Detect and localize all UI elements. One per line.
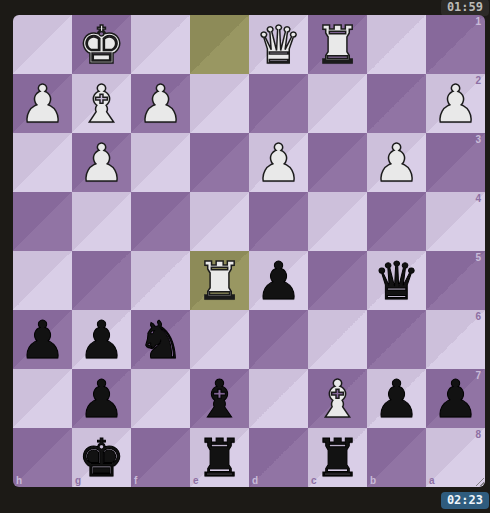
square-h6[interactable]: ♟ bbox=[13, 310, 72, 369]
top-player-clock: 01:59 bbox=[441, 0, 489, 16]
rank-label-4: 4 bbox=[475, 194, 481, 204]
piece-wK-g1[interactable]: ♚ bbox=[72, 15, 131, 74]
square-f1[interactable] bbox=[131, 15, 190, 74]
square-h5[interactable] bbox=[13, 251, 72, 310]
rank-label-3: 3 bbox=[475, 135, 481, 145]
piece-bN-f6[interactable]: ♞ bbox=[131, 310, 190, 369]
file-label-e: e bbox=[193, 476, 199, 486]
square-a5[interactable]: 5 bbox=[426, 251, 485, 310]
piece-wP-h2[interactable]: ♟ bbox=[13, 74, 72, 133]
square-g7[interactable]: ♟ bbox=[72, 369, 131, 428]
square-e5[interactable]: ♜ bbox=[190, 251, 249, 310]
rank-label-8: 8 bbox=[475, 430, 481, 440]
square-a6[interactable]: 6 bbox=[426, 310, 485, 369]
square-c5[interactable] bbox=[308, 251, 367, 310]
piece-wR-e5[interactable]: ♜ bbox=[190, 251, 249, 310]
square-c4[interactable] bbox=[308, 192, 367, 251]
square-c2[interactable] bbox=[308, 74, 367, 133]
piece-wQ-d1[interactable]: ♛ bbox=[249, 15, 308, 74]
square-d8[interactable]: d bbox=[249, 428, 308, 487]
square-d4[interactable] bbox=[249, 192, 308, 251]
chess-board[interactable]: ♚♛♜1♟♝♟♟2♟♟♟34♜♟♛5♟♟♞6♟♝♝♟♟7h♚gf♜ed♜cb8a bbox=[13, 15, 485, 487]
piece-bB-e7[interactable]: ♝ bbox=[190, 369, 249, 428]
square-h2[interactable]: ♟ bbox=[13, 74, 72, 133]
rank-label-5: 5 bbox=[475, 253, 481, 263]
piece-wP-d3[interactable]: ♟ bbox=[249, 133, 308, 192]
square-a2[interactable]: ♟2 bbox=[426, 74, 485, 133]
square-g2[interactable]: ♝ bbox=[72, 74, 131, 133]
piece-bP-g7[interactable]: ♟ bbox=[72, 369, 131, 428]
square-d6[interactable] bbox=[249, 310, 308, 369]
file-label-c: c bbox=[311, 476, 317, 486]
bottom-player-bar: 02:23 bbox=[0, 488, 490, 513]
file-label-h: h bbox=[16, 476, 22, 486]
piece-bQ-b5[interactable]: ♛ bbox=[367, 251, 426, 310]
square-g1[interactable]: ♚ bbox=[72, 15, 131, 74]
file-label-g: g bbox=[75, 476, 81, 486]
top-player-bar: 01:59 bbox=[0, 0, 490, 15]
square-c3[interactable] bbox=[308, 133, 367, 192]
square-f6[interactable]: ♞ bbox=[131, 310, 190, 369]
square-a7[interactable]: ♟7 bbox=[426, 369, 485, 428]
square-f5[interactable] bbox=[131, 251, 190, 310]
piece-wP-b3[interactable]: ♟ bbox=[367, 133, 426, 192]
square-b8[interactable]: b bbox=[367, 428, 426, 487]
square-e7[interactable]: ♝ bbox=[190, 369, 249, 428]
square-g4[interactable] bbox=[72, 192, 131, 251]
square-d5[interactable]: ♟ bbox=[249, 251, 308, 310]
square-f3[interactable] bbox=[131, 133, 190, 192]
square-d3[interactable]: ♟ bbox=[249, 133, 308, 192]
square-e6[interactable] bbox=[190, 310, 249, 369]
square-g8[interactable]: ♚g bbox=[72, 428, 131, 487]
file-label-f: f bbox=[134, 476, 137, 486]
piece-bP-g6[interactable]: ♟ bbox=[72, 310, 131, 369]
square-g3[interactable]: ♟ bbox=[72, 133, 131, 192]
piece-wP-f2[interactable]: ♟ bbox=[131, 74, 190, 133]
square-a3[interactable]: 3 bbox=[426, 133, 485, 192]
file-label-d: d bbox=[252, 476, 258, 486]
square-h8[interactable]: h bbox=[13, 428, 72, 487]
square-e8[interactable]: ♜e bbox=[190, 428, 249, 487]
rank-label-7: 7 bbox=[475, 371, 481, 381]
square-e3[interactable] bbox=[190, 133, 249, 192]
square-d1[interactable]: ♛ bbox=[249, 15, 308, 74]
piece-bP-d5[interactable]: ♟ bbox=[249, 251, 308, 310]
square-b7[interactable]: ♟ bbox=[367, 369, 426, 428]
square-h7[interactable] bbox=[13, 369, 72, 428]
square-b1[interactable] bbox=[367, 15, 426, 74]
square-h1[interactable] bbox=[13, 15, 72, 74]
square-b5[interactable]: ♛ bbox=[367, 251, 426, 310]
square-d2[interactable] bbox=[249, 74, 308, 133]
piece-bP-h6[interactable]: ♟ bbox=[13, 310, 72, 369]
square-e4[interactable] bbox=[190, 192, 249, 251]
piece-wR-c1[interactable]: ♜ bbox=[308, 15, 367, 74]
square-f4[interactable] bbox=[131, 192, 190, 251]
square-b3[interactable]: ♟ bbox=[367, 133, 426, 192]
square-e2[interactable] bbox=[190, 74, 249, 133]
square-c6[interactable] bbox=[308, 310, 367, 369]
square-a1[interactable]: 1 bbox=[426, 15, 485, 74]
square-b6[interactable] bbox=[367, 310, 426, 369]
square-g6[interactable]: ♟ bbox=[72, 310, 131, 369]
square-a4[interactable]: 4 bbox=[426, 192, 485, 251]
piece-wP-g3[interactable]: ♟ bbox=[72, 133, 131, 192]
square-e1[interactable] bbox=[190, 15, 249, 74]
square-f7[interactable] bbox=[131, 369, 190, 428]
square-a8[interactable]: 8a bbox=[426, 428, 485, 487]
file-label-a: a bbox=[429, 476, 435, 486]
square-b4[interactable] bbox=[367, 192, 426, 251]
piece-wB-c7[interactable]: ♝ bbox=[308, 369, 367, 428]
square-c7[interactable]: ♝ bbox=[308, 369, 367, 428]
square-c1[interactable]: ♜ bbox=[308, 15, 367, 74]
square-c8[interactable]: ♜c bbox=[308, 428, 367, 487]
bottom-player-clock: 02:23 bbox=[441, 492, 489, 509]
square-h4[interactable] bbox=[13, 192, 72, 251]
square-b2[interactable] bbox=[367, 74, 426, 133]
rank-label-6: 6 bbox=[475, 312, 481, 322]
board-resize-handle[interactable] bbox=[474, 476, 484, 486]
rank-label-2: 2 bbox=[475, 76, 481, 86]
square-g5[interactable] bbox=[72, 251, 131, 310]
square-d7[interactable] bbox=[249, 369, 308, 428]
square-f2[interactable]: ♟ bbox=[131, 74, 190, 133]
square-h3[interactable] bbox=[13, 133, 72, 192]
square-f8[interactable]: f bbox=[131, 428, 190, 487]
piece-wB-g2[interactable]: ♝ bbox=[72, 74, 131, 133]
file-label-b: b bbox=[370, 476, 376, 486]
rank-label-1: 1 bbox=[475, 17, 481, 27]
piece-bP-b7[interactable]: ♟ bbox=[367, 369, 426, 428]
